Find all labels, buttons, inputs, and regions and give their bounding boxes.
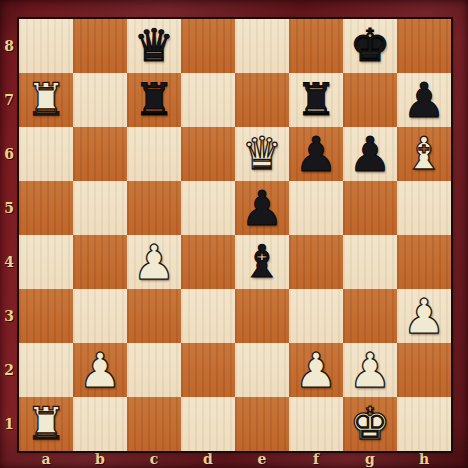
square-f3[interactable] (289, 289, 343, 343)
square-g4[interactable] (343, 235, 397, 289)
square-a7[interactable]: ♜ (19, 73, 73, 127)
rank-label-7: 7 (0, 73, 18, 127)
square-b5[interactable] (73, 181, 127, 235)
square-e6[interactable]: ♛ (235, 127, 289, 181)
square-d2[interactable] (181, 343, 235, 397)
rank-label-8: 8 (0, 19, 18, 73)
square-h6[interactable]: ♝ (397, 127, 451, 181)
square-e2[interactable] (235, 343, 289, 397)
black-pawn-h7[interactable]: ♟ (397, 73, 451, 127)
rank-label-6: 6 (0, 127, 18, 181)
black-rook-c7[interactable]: ♜ (127, 73, 181, 127)
square-g7[interactable] (343, 73, 397, 127)
black-bishop-e4[interactable]: ♝ (235, 235, 289, 289)
square-d5[interactable] (181, 181, 235, 235)
square-f1[interactable] (289, 397, 343, 451)
square-b3[interactable] (73, 289, 127, 343)
square-b8[interactable] (73, 19, 127, 73)
square-g2[interactable]: ♟ (343, 343, 397, 397)
rank-label-1: 1 (0, 397, 18, 451)
square-h2[interactable] (397, 343, 451, 397)
file-label-b: b (73, 450, 127, 468)
square-h1[interactable] (397, 397, 451, 451)
square-c3[interactable] (127, 289, 181, 343)
square-h5[interactable] (397, 181, 451, 235)
square-f7[interactable]: ♜ (289, 73, 343, 127)
square-a2[interactable] (19, 343, 73, 397)
square-f6[interactable]: ♟ (289, 127, 343, 181)
file-label-a: a (19, 450, 73, 468)
square-e5[interactable]: ♟ (235, 181, 289, 235)
square-c7[interactable]: ♜ (127, 73, 181, 127)
square-e3[interactable] (235, 289, 289, 343)
file-label-g: g (343, 450, 397, 468)
square-h4[interactable] (397, 235, 451, 289)
black-pawn-f6[interactable]: ♟ (289, 127, 343, 181)
white-pawn-c4[interactable]: ♟ (127, 235, 181, 289)
square-a1[interactable]: ♜ (19, 397, 73, 451)
chessboard: ♛♚♜♜♜♟♛♟♟♝♟♟♝♟♟♟♟♜♚ (19, 19, 451, 451)
square-d1[interactable] (181, 397, 235, 451)
square-e1[interactable] (235, 397, 289, 451)
square-c1[interactable] (127, 397, 181, 451)
square-d3[interactable] (181, 289, 235, 343)
rank-labels: 87654321 (0, 19, 18, 451)
black-pawn-e5[interactable]: ♟ (235, 181, 289, 235)
square-b2[interactable]: ♟ (73, 343, 127, 397)
square-a4[interactable] (19, 235, 73, 289)
square-b7[interactable] (73, 73, 127, 127)
square-c2[interactable] (127, 343, 181, 397)
square-g3[interactable] (343, 289, 397, 343)
square-d6[interactable] (181, 127, 235, 181)
white-queen-e6[interactable]: ♛ (235, 127, 289, 181)
file-label-e: e (235, 450, 289, 468)
square-d8[interactable] (181, 19, 235, 73)
square-f2[interactable]: ♟ (289, 343, 343, 397)
black-rook-f7[interactable]: ♜ (289, 73, 343, 127)
black-queen-c8[interactable]: ♛ (127, 19, 181, 73)
square-f5[interactable] (289, 181, 343, 235)
square-g6[interactable]: ♟ (343, 127, 397, 181)
chessboard-frame: 87654321 abcdefgh ♛♚♜♜♜♟♛♟♟♝♟♟♝♟♟♟♟♜♚ (0, 0, 468, 468)
square-c5[interactable] (127, 181, 181, 235)
square-h7[interactable]: ♟ (397, 73, 451, 127)
white-pawn-h3[interactable]: ♟ (397, 289, 451, 343)
file-labels: abcdefgh (19, 450, 451, 468)
square-c6[interactable] (127, 127, 181, 181)
rank-label-3: 3 (0, 289, 18, 343)
black-king-g8[interactable]: ♚ (343, 19, 397, 73)
white-king-g1[interactable]: ♚ (343, 397, 397, 451)
file-label-h: h (397, 450, 451, 468)
square-e8[interactable] (235, 19, 289, 73)
square-a3[interactable] (19, 289, 73, 343)
square-b1[interactable] (73, 397, 127, 451)
file-label-d: d (181, 450, 235, 468)
white-bishop-h6[interactable]: ♝ (397, 127, 451, 181)
square-g8[interactable]: ♚ (343, 19, 397, 73)
square-d7[interactable] (181, 73, 235, 127)
rank-label-5: 5 (0, 181, 18, 235)
black-pawn-g6[interactable]: ♟ (343, 127, 397, 181)
square-b4[interactable] (73, 235, 127, 289)
square-h3[interactable]: ♟ (397, 289, 451, 343)
white-pawn-f2[interactable]: ♟ (289, 343, 343, 397)
square-f8[interactable] (289, 19, 343, 73)
white-pawn-b2[interactable]: ♟ (73, 343, 127, 397)
rank-label-4: 4 (0, 235, 18, 289)
white-rook-a7[interactable]: ♜ (19, 73, 73, 127)
square-d4[interactable] (181, 235, 235, 289)
file-label-f: f (289, 450, 343, 468)
square-g5[interactable] (343, 181, 397, 235)
square-c8[interactable]: ♛ (127, 19, 181, 73)
rank-label-2: 2 (0, 343, 18, 397)
white-rook-a1[interactable]: ♜ (19, 397, 73, 451)
square-f4[interactable] (289, 235, 343, 289)
file-label-c: c (127, 450, 181, 468)
square-a8[interactable] (19, 19, 73, 73)
square-c4[interactable]: ♟ (127, 235, 181, 289)
square-e4[interactable]: ♝ (235, 235, 289, 289)
square-a6[interactable] (19, 127, 73, 181)
white-pawn-g2[interactable]: ♟ (343, 343, 397, 397)
square-g1[interactable]: ♚ (343, 397, 397, 451)
square-h8[interactable] (397, 19, 451, 73)
square-b6[interactable] (73, 127, 127, 181)
square-e7[interactable] (235, 73, 289, 127)
square-a5[interactable] (19, 181, 73, 235)
